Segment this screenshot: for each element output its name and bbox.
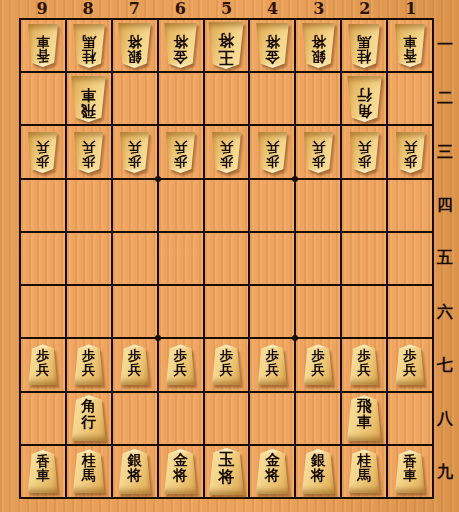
square-12[interactable] <box>388 73 432 124</box>
piece-body: 歩兵 <box>210 344 243 385</box>
piece-kanji: 歩兵 <box>36 140 50 168</box>
square-38[interactable] <box>296 393 340 444</box>
piece-body: 歩兵 <box>26 132 59 173</box>
square-36[interactable] <box>296 286 340 337</box>
gote-gold[interactable]: 金将 <box>162 23 199 68</box>
square-32[interactable] <box>296 73 340 124</box>
square-94[interactable] <box>21 180 65 231</box>
piece-kanji: 桂馬 <box>357 453 371 482</box>
square-79[interactable]: 銀将 <box>113 446 157 497</box>
square-49[interactable]: 金将 <box>250 446 294 497</box>
square-82[interactable]: 飛車 <box>67 73 111 124</box>
file-label-1: 1 <box>388 0 434 18</box>
square-66[interactable] <box>159 286 203 337</box>
gote-gold[interactable]: 金将 <box>254 23 291 68</box>
square-87[interactable]: 歩兵 <box>67 339 111 390</box>
sente-pawn[interactable]: 歩兵 <box>302 344 335 385</box>
gote-silver[interactable]: 銀将 <box>116 23 153 68</box>
piece-body: 桂馬 <box>346 24 382 68</box>
piece-body: 歩兵 <box>394 132 427 173</box>
square-46[interactable] <box>250 286 294 337</box>
sente-pawn[interactable]: 歩兵 <box>164 344 197 385</box>
square-28[interactable]: 飛車 <box>342 393 386 444</box>
square-98[interactable] <box>21 393 65 444</box>
file-label-2: 2 <box>342 0 388 18</box>
piece-body: 歩兵 <box>302 132 335 173</box>
square-48[interactable] <box>250 393 294 444</box>
sente-knight[interactable]: 桂馬 <box>346 449 382 493</box>
gote-rook[interactable]: 飛車 <box>69 76 108 122</box>
square-13[interactable]: 歩兵 <box>388 126 432 177</box>
piece-kanji: 香車 <box>403 35 417 63</box>
piece-kanji: 香車 <box>403 454 417 482</box>
rank-labels: 一二三四五六七八九 <box>431 18 459 499</box>
piece-kanji: 王将 <box>218 32 234 65</box>
sente-pawn[interactable]: 歩兵 <box>256 344 289 385</box>
sente-knight[interactable]: 桂馬 <box>71 449 107 493</box>
square-75[interactable] <box>113 233 157 284</box>
piece-body: 香車 <box>393 24 427 67</box>
piece-kanji: 銀将 <box>311 34 326 64</box>
gote-lance[interactable]: 香車 <box>26 24 60 67</box>
piece-kanji: 角行 <box>81 399 96 430</box>
sente-pawn[interactable]: 歩兵 <box>348 344 381 385</box>
piece-kanji: 歩兵 <box>403 140 417 168</box>
piece-body: 金将 <box>254 449 291 494</box>
square-18[interactable] <box>388 393 432 444</box>
piece-body: 歩兵 <box>302 344 335 385</box>
gote-knight[interactable]: 桂馬 <box>346 24 382 68</box>
rank-label-7: 七 <box>431 339 459 392</box>
piece-kanji: 銀将 <box>311 453 326 483</box>
gote-bishop[interactable]: 角行 <box>345 76 384 122</box>
square-22[interactable]: 角行 <box>342 73 386 124</box>
sente-rook[interactable]: 飛車 <box>345 395 384 441</box>
square-73[interactable]: 歩兵 <box>113 126 157 177</box>
piece-kanji: 香車 <box>36 35 50 63</box>
rank-label-6: 六 <box>431 285 459 338</box>
file-label-9: 9 <box>19 0 65 18</box>
rank-label-3: 三 <box>431 125 459 178</box>
piece-kanji: 桂馬 <box>357 35 371 64</box>
square-81[interactable]: 桂馬 <box>67 20 111 71</box>
piece-body: 歩兵 <box>164 132 197 173</box>
piece-body: 歩兵 <box>164 344 197 385</box>
square-96[interactable] <box>21 286 65 337</box>
piece-body: 金将 <box>254 23 291 68</box>
shogi-app: 987654321 香車桂馬銀将金将王将金将銀将桂馬香車飛車角行歩兵歩兵歩兵歩兵… <box>0 0 459 512</box>
piece-body: 歩兵 <box>256 344 289 385</box>
gote-pawn[interactable]: 歩兵 <box>210 132 243 173</box>
sente-gold[interactable]: 金将 <box>162 449 199 494</box>
square-57[interactable]: 歩兵 <box>205 339 249 390</box>
square-54[interactable] <box>205 180 249 231</box>
square-64[interactable] <box>159 180 203 231</box>
gote-pawn[interactable]: 歩兵 <box>302 132 335 173</box>
gote-pawn[interactable]: 歩兵 <box>394 132 427 173</box>
piece-kanji: 銀将 <box>127 453 142 483</box>
square-86[interactable] <box>67 286 111 337</box>
piece-body: 銀将 <box>116 449 153 494</box>
square-85[interactable] <box>67 233 111 284</box>
square-89[interactable]: 桂馬 <box>67 446 111 497</box>
file-label-4: 4 <box>250 0 296 18</box>
square-45[interactable] <box>250 233 294 284</box>
piece-kanji: 歩兵 <box>220 348 234 376</box>
sente-lance[interactable]: 香車 <box>393 450 427 493</box>
square-83[interactable]: 歩兵 <box>67 126 111 177</box>
piece-kanji: 歩兵 <box>174 348 188 376</box>
square-25[interactable] <box>342 233 386 284</box>
square-16[interactable] <box>388 286 432 337</box>
square-42[interactable] <box>250 73 294 124</box>
square-37[interactable]: 歩兵 <box>296 339 340 390</box>
square-92[interactable] <box>21 73 65 124</box>
square-69[interactable]: 金将 <box>159 446 203 497</box>
rank-label-9: 九 <box>431 446 459 499</box>
square-91[interactable]: 香車 <box>21 20 65 71</box>
piece-body: 香車 <box>26 24 60 67</box>
square-41[interactable]: 金将 <box>250 20 294 71</box>
rank-label-4: 四 <box>431 178 459 231</box>
square-58[interactable] <box>205 393 249 444</box>
piece-kanji: 歩兵 <box>403 348 417 376</box>
piece-kanji: 飛車 <box>357 399 372 430</box>
piece-kanji: 歩兵 <box>128 348 142 376</box>
piece-body: 歩兵 <box>348 132 381 173</box>
piece-body: 玉将 <box>206 448 246 495</box>
piece-body: 香車 <box>26 450 60 493</box>
square-35[interactable] <box>296 233 340 284</box>
gote-pawn[interactable]: 歩兵 <box>26 132 59 173</box>
piece-kanji: 歩兵 <box>174 140 188 168</box>
square-74[interactable] <box>113 180 157 231</box>
square-44[interactable] <box>250 180 294 231</box>
piece-kanji: 金将 <box>265 453 280 483</box>
piece-body: 歩兵 <box>72 344 105 385</box>
sente-gold[interactable]: 金将 <box>254 449 291 494</box>
square-14[interactable] <box>388 180 432 231</box>
piece-body: 銀将 <box>300 23 337 68</box>
square-39[interactable]: 銀将 <box>296 446 340 497</box>
piece-kanji: 歩兵 <box>312 348 326 376</box>
piece-kanji: 歩兵 <box>357 348 371 376</box>
file-label-6: 6 <box>157 0 203 18</box>
square-15[interactable] <box>388 233 432 284</box>
square-68[interactable] <box>159 393 203 444</box>
gote-silver[interactable]: 銀将 <box>300 23 337 68</box>
piece-kanji: 桂馬 <box>82 35 96 64</box>
file-label-5: 5 <box>203 0 249 18</box>
piece-body: 歩兵 <box>210 132 243 173</box>
gote-pawn[interactable]: 歩兵 <box>348 132 381 173</box>
piece-body: 桂馬 <box>346 449 382 493</box>
square-99[interactable]: 香車 <box>21 446 65 497</box>
square-88[interactable]: 角行 <box>67 393 111 444</box>
square-51[interactable]: 王将 <box>205 20 249 71</box>
piece-body: 香車 <box>393 450 427 493</box>
piece-body: 金将 <box>162 23 199 68</box>
piece-kanji: 銀将 <box>127 34 142 64</box>
sente-pawn[interactable]: 歩兵 <box>394 344 427 385</box>
square-77[interactable]: 歩兵 <box>113 339 157 390</box>
piece-body: 銀将 <box>116 23 153 68</box>
piece-body: 角行 <box>345 76 384 122</box>
gote-pawn[interactable]: 歩兵 <box>118 132 151 173</box>
sente-silver[interactable]: 銀将 <box>116 449 153 494</box>
square-27[interactable]: 歩兵 <box>342 339 386 390</box>
square-76[interactable] <box>113 286 157 337</box>
piece-body: 歩兵 <box>348 344 381 385</box>
piece-body: 歩兵 <box>256 132 289 173</box>
square-24[interactable] <box>342 180 386 231</box>
piece-kanji: 歩兵 <box>128 140 142 168</box>
gote-pawn[interactable]: 歩兵 <box>256 132 289 173</box>
piece-body: 角行 <box>69 395 108 441</box>
square-62[interactable] <box>159 73 203 124</box>
square-53[interactable]: 歩兵 <box>205 126 249 177</box>
sente-lance[interactable]: 香車 <box>26 450 60 493</box>
square-97[interactable]: 歩兵 <box>21 339 65 390</box>
sente-pawn[interactable]: 歩兵 <box>72 344 105 385</box>
star-point <box>155 335 161 341</box>
square-23[interactable]: 歩兵 <box>342 126 386 177</box>
gote-pawn[interactable]: 歩兵 <box>164 132 197 173</box>
piece-body: 歩兵 <box>118 132 151 173</box>
piece-body: 歩兵 <box>26 344 59 385</box>
sente-king[interactable]: 玉将 <box>206 448 246 495</box>
square-84[interactable] <box>67 180 111 231</box>
rank-label-8: 八 <box>431 392 459 445</box>
square-95[interactable] <box>21 233 65 284</box>
square-65[interactable] <box>159 233 203 284</box>
sente-bishop[interactable]: 角行 <box>69 395 108 441</box>
piece-kanji: 歩兵 <box>82 348 96 376</box>
square-31[interactable]: 銀将 <box>296 20 340 71</box>
piece-body: 飛車 <box>345 395 384 441</box>
piece-body: 歩兵 <box>72 132 105 173</box>
gote-king[interactable]: 王将 <box>206 22 246 69</box>
piece-kanji: 金将 <box>173 453 188 483</box>
file-label-3: 3 <box>296 0 342 18</box>
square-71[interactable]: 銀将 <box>113 20 157 71</box>
piece-kanji: 金将 <box>265 34 280 64</box>
piece-kanji: 玉将 <box>218 452 234 485</box>
sente-silver[interactable]: 銀将 <box>300 449 337 494</box>
piece-body: 飛車 <box>69 76 108 122</box>
piece-kanji: 歩兵 <box>36 348 50 376</box>
sente-pawn[interactable]: 歩兵 <box>118 344 151 385</box>
file-label-8: 8 <box>65 0 111 18</box>
piece-kanji: 桂馬 <box>82 453 96 482</box>
piece-kanji: 歩兵 <box>220 140 234 168</box>
sente-pawn[interactable]: 歩兵 <box>210 344 243 385</box>
square-26[interactable] <box>342 286 386 337</box>
piece-body: 桂馬 <box>71 24 107 68</box>
piece-body: 銀将 <box>300 449 337 494</box>
square-34[interactable] <box>296 180 340 231</box>
square-56[interactable] <box>205 286 249 337</box>
piece-kanji: 歩兵 <box>266 348 280 376</box>
square-72[interactable] <box>113 73 157 124</box>
square-78[interactable] <box>113 393 157 444</box>
file-labels: 987654321 <box>19 0 434 18</box>
rank-label-2: 二 <box>431 71 459 124</box>
piece-kanji: 飛車 <box>81 87 96 118</box>
piece-kanji: 歩兵 <box>312 140 326 168</box>
piece-kanji: 角行 <box>357 87 372 118</box>
square-47[interactable]: 歩兵 <box>250 339 294 390</box>
star-point <box>292 176 298 182</box>
piece-body: 王将 <box>206 22 246 69</box>
gote-knight[interactable]: 桂馬 <box>71 24 107 68</box>
piece-body: 歩兵 <box>118 344 151 385</box>
piece-body: 金将 <box>162 449 199 494</box>
square-43[interactable]: 歩兵 <box>250 126 294 177</box>
square-59[interactable]: 玉将 <box>205 446 249 497</box>
square-17[interactable]: 歩兵 <box>388 339 432 390</box>
square-93[interactable]: 歩兵 <box>21 126 65 177</box>
sente-pawn[interactable]: 歩兵 <box>26 344 59 385</box>
square-55[interactable] <box>205 233 249 284</box>
square-33[interactable]: 歩兵 <box>296 126 340 177</box>
square-61[interactable]: 金将 <box>159 20 203 71</box>
square-21[interactable]: 桂馬 <box>342 20 386 71</box>
star-point <box>292 335 298 341</box>
piece-kanji: 歩兵 <box>357 140 371 168</box>
star-point <box>155 176 161 182</box>
rank-label-1: 一 <box>431 18 459 71</box>
piece-body: 歩兵 <box>394 344 427 385</box>
square-19[interactable]: 香車 <box>388 446 432 497</box>
rank-label-5: 五 <box>431 232 459 285</box>
square-52[interactable] <box>205 73 249 124</box>
square-63[interactable]: 歩兵 <box>159 126 203 177</box>
square-11[interactable]: 香車 <box>388 20 432 71</box>
shogi-board: 香車桂馬銀将金将王将金将銀将桂馬香車飛車角行歩兵歩兵歩兵歩兵歩兵歩兵歩兵歩兵歩兵… <box>19 18 434 499</box>
piece-kanji: 香車 <box>36 454 50 482</box>
gote-pawn[interactable]: 歩兵 <box>72 132 105 173</box>
piece-kanji: 金将 <box>173 34 188 64</box>
piece-body: 桂馬 <box>71 449 107 493</box>
gote-lance[interactable]: 香車 <box>393 24 427 67</box>
square-67[interactable]: 歩兵 <box>159 339 203 390</box>
square-29[interactable]: 桂馬 <box>342 446 386 497</box>
file-label-7: 7 <box>111 0 157 18</box>
piece-kanji: 歩兵 <box>82 140 96 168</box>
piece-kanji: 歩兵 <box>266 140 280 168</box>
